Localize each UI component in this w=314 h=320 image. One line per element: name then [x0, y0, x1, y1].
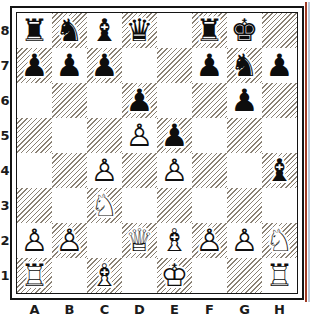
file-label-h: H — [262, 301, 297, 318]
file-label-a: A — [17, 301, 52, 318]
square-h4[interactable]: ♝♝ — [262, 153, 297, 188]
square-f3[interactable] — [192, 188, 227, 223]
square-f2[interactable]: ♟♙ — [192, 223, 227, 258]
black-pawn-halo: ♟ — [122, 83, 157, 118]
square-e4[interactable]: ♟♙ — [157, 153, 192, 188]
white-pawn-halo: ♟ — [227, 223, 262, 258]
square-a3[interactable] — [17, 188, 52, 223]
white-rook: ♖ — [17, 258, 52, 293]
black-rook: ♜ — [192, 13, 227, 48]
rank-label-6: 6 — [0, 83, 10, 118]
board-inner-border: ♜♜♞♞♝♝♛♛♜♜♚♚♟♟♟♟♟♟♟♟♞♞♟♟♟♟♟♟♟♙♟♟♟♙♟♙♝♝♞♘… — [16, 12, 298, 294]
white-bishop: ♗ — [157, 223, 192, 258]
white-bishop: ♗ — [87, 258, 122, 293]
rank-label-1: 1 — [0, 258, 10, 293]
square-e2[interactable]: ♝♗ — [157, 223, 192, 258]
black-pawn: ♟ — [157, 118, 192, 153]
square-c5[interactable] — [87, 118, 122, 153]
black-bishop: ♝ — [87, 13, 122, 48]
square-c6[interactable] — [87, 83, 122, 118]
square-c3[interactable]: ♞♘ — [87, 188, 122, 223]
file-label-c: C — [87, 301, 122, 318]
rank-labels: 8 7 6 5 4 3 2 1 — [0, 13, 10, 293]
file-label-e: E — [157, 301, 192, 318]
white-pawn-halo: ♟ — [122, 118, 157, 153]
black-bishop: ♝ — [262, 153, 297, 188]
file-label-b: B — [52, 301, 87, 318]
square-g8[interactable]: ♚♚ — [227, 13, 262, 48]
black-rook-halo: ♜ — [17, 13, 52, 48]
black-pawn: ♟ — [87, 48, 122, 83]
square-d5[interactable]: ♟♙ — [122, 118, 157, 153]
file-label-d: D — [122, 301, 157, 318]
white-rook-halo: ♜ — [17, 258, 52, 293]
file-label-f: F — [192, 301, 227, 318]
black-knight-halo: ♞ — [227, 48, 262, 83]
square-f1[interactable] — [192, 258, 227, 293]
square-c1[interactable]: ♝♗ — [87, 258, 122, 293]
square-f8[interactable]: ♜♜ — [192, 13, 227, 48]
white-pawn-halo: ♟ — [17, 223, 52, 258]
square-d6[interactable]: ♟♟ — [122, 83, 157, 118]
black-rook: ♜ — [17, 13, 52, 48]
black-pawn-halo: ♟ — [17, 48, 52, 83]
square-e7[interactable] — [157, 48, 192, 83]
square-a1[interactable]: ♜♖ — [17, 258, 52, 293]
white-pawn: ♙ — [52, 223, 87, 258]
square-f5[interactable] — [192, 118, 227, 153]
square-g2[interactable]: ♟♙ — [227, 223, 262, 258]
rank-label-4: 4 — [0, 153, 10, 188]
black-knight-halo: ♞ — [52, 13, 87, 48]
white-rook-halo: ♜ — [262, 258, 297, 293]
square-h7[interactable]: ♟♟ — [262, 48, 297, 83]
square-c2[interactable] — [87, 223, 122, 258]
square-d2[interactable]: ♛♕ — [122, 223, 157, 258]
white-rook: ♖ — [262, 258, 297, 293]
rank-label-7: 7 — [0, 48, 10, 83]
square-h6[interactable] — [262, 83, 297, 118]
black-pawn-halo: ♟ — [227, 83, 262, 118]
square-h8[interactable] — [262, 13, 297, 48]
black-king-halo: ♚ — [227, 13, 262, 48]
rank-label-3: 3 — [0, 188, 10, 223]
black-pawn: ♟ — [122, 83, 157, 118]
black-pawn-halo: ♟ — [52, 48, 87, 83]
white-king: ♔ — [157, 258, 192, 293]
square-b7[interactable]: ♟♟ — [52, 48, 87, 83]
square-a6[interactable] — [17, 83, 52, 118]
white-king-halo: ♚ — [157, 258, 192, 293]
square-b5[interactable] — [52, 118, 87, 153]
white-bishop-halo: ♝ — [157, 223, 192, 258]
square-e5[interactable]: ♟♟ — [157, 118, 192, 153]
black-knight: ♞ — [227, 48, 262, 83]
black-pawn: ♟ — [192, 48, 227, 83]
black-knight: ♞ — [52, 13, 87, 48]
square-f4[interactable] — [192, 153, 227, 188]
square-a7[interactable]: ♟♟ — [17, 48, 52, 83]
white-pawn: ♙ — [87, 153, 122, 188]
square-a4[interactable] — [17, 153, 52, 188]
square-f7[interactable]: ♟♟ — [192, 48, 227, 83]
black-pawn-halo: ♟ — [157, 118, 192, 153]
square-d4[interactable] — [122, 153, 157, 188]
square-d8[interactable]: ♛♛ — [122, 13, 157, 48]
file-labels: A B C D E F G H — [17, 301, 297, 318]
white-knight: ♘ — [87, 188, 122, 223]
square-f6[interactable] — [192, 83, 227, 118]
rank-label-2: 2 — [0, 223, 10, 258]
black-pawn: ♟ — [17, 48, 52, 83]
board-frame: ♜♜♞♞♝♝♛♛♜♜♚♚♟♟♟♟♟♟♟♟♞♞♟♟♟♟♟♟♟♙♟♟♟♙♟♙♝♝♞♘… — [10, 6, 304, 300]
white-knight: ♘ — [262, 223, 297, 258]
square-h2[interactable]: ♞♘ — [262, 223, 297, 258]
black-bishop-halo: ♝ — [262, 153, 297, 188]
white-queen-halo: ♛ — [122, 223, 157, 258]
square-b6[interactable] — [52, 83, 87, 118]
right-edge-red-line — [305, 2, 307, 302]
square-g7[interactable]: ♞♞ — [227, 48, 262, 83]
square-c7[interactable]: ♟♟ — [87, 48, 122, 83]
square-g6[interactable]: ♟♟ — [227, 83, 262, 118]
white-pawn: ♙ — [122, 118, 157, 153]
black-queen: ♛ — [122, 13, 157, 48]
black-pawn: ♟ — [52, 48, 87, 83]
file-label-g: G — [227, 301, 262, 318]
square-b8[interactable]: ♞♞ — [52, 13, 87, 48]
square-e8[interactable] — [157, 13, 192, 48]
white-pawn-halo: ♟ — [192, 223, 227, 258]
square-c8[interactable]: ♝♝ — [87, 13, 122, 48]
white-knight-halo: ♞ — [87, 188, 122, 223]
square-h1[interactable]: ♜♖ — [262, 258, 297, 293]
rank-label-5: 5 — [0, 118, 10, 153]
black-pawn-halo: ♟ — [262, 48, 297, 83]
square-d1[interactable] — [122, 258, 157, 293]
square-b4[interactable] — [52, 153, 87, 188]
black-bishop-halo: ♝ — [87, 13, 122, 48]
black-pawn-halo: ♟ — [192, 48, 227, 83]
square-a8[interactable]: ♜♜ — [17, 13, 52, 48]
square-a5[interactable] — [17, 118, 52, 153]
black-rook-halo: ♜ — [192, 13, 227, 48]
black-pawn: ♟ — [227, 83, 262, 118]
square-b3[interactable] — [52, 188, 87, 223]
square-g5[interactable] — [227, 118, 262, 153]
square-h5[interactable] — [262, 118, 297, 153]
black-queen-halo: ♛ — [122, 13, 157, 48]
square-d3[interactable] — [122, 188, 157, 223]
chessboard: ♜♜♞♞♝♝♛♛♜♜♚♚♟♟♟♟♟♟♟♟♞♞♟♟♟♟♟♟♟♙♟♟♟♙♟♙♝♝♞♘… — [17, 13, 297, 293]
square-g4[interactable] — [227, 153, 262, 188]
right-edge-blue-line — [308, 2, 310, 302]
black-king: ♚ — [227, 13, 262, 48]
square-e6[interactable] — [157, 83, 192, 118]
square-g3[interactable] — [227, 188, 262, 223]
rank-label-8: 8 — [0, 13, 10, 48]
square-b1[interactable] — [52, 258, 87, 293]
square-e3[interactable] — [157, 188, 192, 223]
white-knight-halo: ♞ — [262, 223, 297, 258]
white-bishop-halo: ♝ — [87, 258, 122, 293]
square-c4[interactable]: ♟♙ — [87, 153, 122, 188]
white-pawn: ♙ — [227, 223, 262, 258]
white-pawn-halo: ♟ — [52, 223, 87, 258]
white-pawn: ♙ — [157, 153, 192, 188]
white-pawn: ♙ — [192, 223, 227, 258]
square-b2[interactable]: ♟♙ — [52, 223, 87, 258]
white-queen: ♕ — [122, 223, 157, 258]
square-h3[interactable] — [262, 188, 297, 223]
white-pawn: ♙ — [17, 223, 52, 258]
white-pawn-halo: ♟ — [87, 153, 122, 188]
black-pawn: ♟ — [262, 48, 297, 83]
black-pawn-halo: ♟ — [87, 48, 122, 83]
square-g1[interactable] — [227, 258, 262, 293]
white-pawn-halo: ♟ — [157, 153, 192, 188]
square-e1[interactable]: ♚♔ — [157, 258, 192, 293]
square-d7[interactable] — [122, 48, 157, 83]
square-a2[interactable]: ♟♙ — [17, 223, 52, 258]
